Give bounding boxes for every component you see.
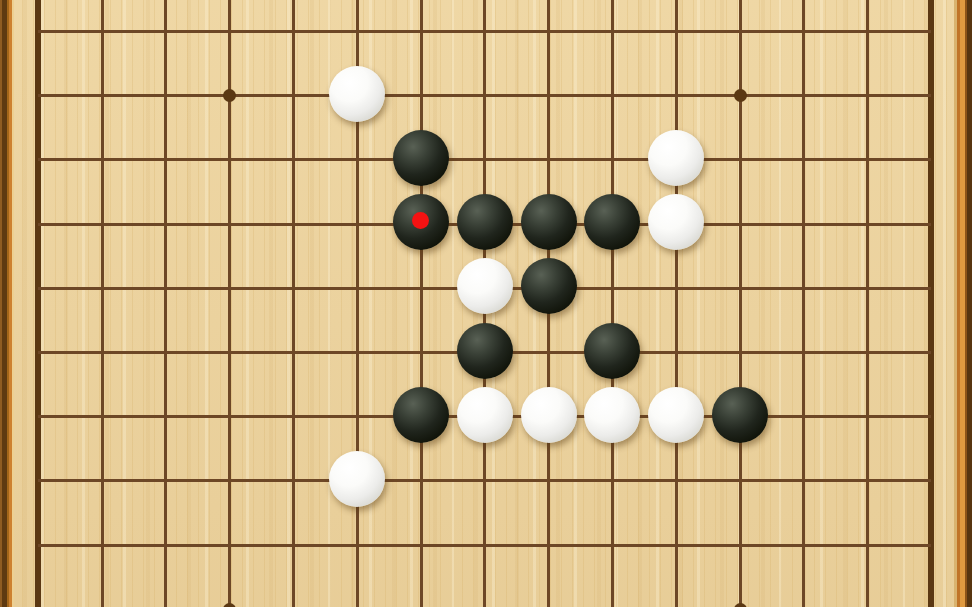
intersection-8-8[interactable]: [517, 385, 581, 449]
intersection-13-4[interactable]: [836, 128, 900, 192]
intersection-0-6[interactable]: [6, 256, 70, 320]
intersection-5-4[interactable]: [325, 128, 389, 192]
intersection-2-7[interactable]: [134, 320, 198, 384]
intersection-5-11[interactable]: [325, 577, 389, 607]
intersection-0-5[interactable]: [6, 192, 70, 256]
board-grid: [6, 0, 963, 607]
intersection-10-10[interactable]: [644, 513, 708, 577]
intersection-13-3[interactable]: [836, 64, 900, 128]
intersection-6-5[interactable]: [389, 192, 453, 256]
intersection-11-3[interactable]: [708, 64, 772, 128]
intersection-13-5[interactable]: [836, 192, 900, 256]
intersection-5-6[interactable]: [325, 256, 389, 320]
intersection-7-10[interactable]: [453, 513, 517, 577]
intersection-9-9[interactable]: [581, 449, 645, 513]
white-stone: [648, 194, 704, 250]
intersection-7-5[interactable]: [453, 192, 517, 256]
intersection-4-10[interactable]: [262, 513, 326, 577]
intersection-2-4[interactable]: [134, 128, 198, 192]
intersection-12-3[interactable]: [772, 64, 836, 128]
intersection-13-11[interactable]: [836, 577, 900, 607]
intersection-3-8[interactable]: [198, 385, 262, 449]
intersection-12-10[interactable]: [772, 513, 836, 577]
white-stone: [329, 451, 385, 507]
intersection-1-7[interactable]: [70, 320, 134, 384]
intersection-3-9[interactable]: [198, 449, 262, 513]
intersection-5-8[interactable]: [325, 385, 389, 449]
star-point: [223, 89, 236, 102]
intersection-11-4[interactable]: [708, 128, 772, 192]
intersection-11-2[interactable]: [708, 0, 772, 64]
white-stone: [457, 387, 513, 443]
intersection-13-8[interactable]: [836, 385, 900, 449]
intersection-11-10[interactable]: [708, 513, 772, 577]
intersection-10-6[interactable]: [644, 256, 708, 320]
black-stone: [457, 194, 513, 250]
intersection-3-3[interactable]: [198, 64, 262, 128]
intersection-10-8[interactable]: [644, 385, 708, 449]
black-stone: [393, 130, 449, 186]
intersection-0-9[interactable]: [6, 449, 70, 513]
intersection-9-6[interactable]: [581, 256, 645, 320]
intersection-6-2[interactable]: [389, 0, 453, 64]
intersection-0-2[interactable]: [6, 0, 70, 64]
intersection-9-3[interactable]: [581, 64, 645, 128]
intersection-13-6[interactable]: [836, 256, 900, 320]
intersection-1-5[interactable]: [70, 192, 134, 256]
intersection-7-11[interactable]: [453, 577, 517, 607]
intersection-8-2[interactable]: [517, 0, 581, 64]
intersection-2-5[interactable]: [134, 192, 198, 256]
intersection-4-5[interactable]: [262, 192, 326, 256]
intersection-10-3[interactable]: [644, 64, 708, 128]
intersection-5-9[interactable]: [325, 449, 389, 513]
intersection-11-9[interactable]: [708, 449, 772, 513]
intersection-6-4[interactable]: [389, 128, 453, 192]
intersection-13-7[interactable]: [836, 320, 900, 384]
intersection-4-3[interactable]: [262, 64, 326, 128]
intersection-8-3[interactable]: [517, 64, 581, 128]
intersection-8-9[interactable]: [517, 449, 581, 513]
intersection-11-5[interactable]: [708, 192, 772, 256]
intersection-9-10[interactable]: [581, 513, 645, 577]
intersection-0-3[interactable]: [6, 64, 70, 128]
intersection-9-5[interactable]: [581, 192, 645, 256]
white-stone: [648, 130, 704, 186]
black-stone: [393, 387, 449, 443]
white-stone: [329, 66, 385, 122]
intersection-7-7[interactable]: [453, 320, 517, 384]
intersection-2-3[interactable]: [134, 64, 198, 128]
intersection-11-6[interactable]: [708, 256, 772, 320]
intersection-6-11[interactable]: [389, 577, 453, 607]
intersection-9-8[interactable]: [581, 385, 645, 449]
intersection-8-10[interactable]: [517, 513, 581, 577]
intersection-8-7[interactable]: [517, 320, 581, 384]
intersection-6-3[interactable]: [389, 64, 453, 128]
intersection-2-6[interactable]: [134, 256, 198, 320]
goban-screenshot: [0, 0, 972, 607]
intersection-12-9[interactable]: [772, 449, 836, 513]
intersection-12-8[interactable]: [772, 385, 836, 449]
intersection-8-5[interactable]: [517, 192, 581, 256]
intersection-0-11[interactable]: [6, 577, 70, 607]
intersection-3-5[interactable]: [198, 192, 262, 256]
intersection-7-9[interactable]: [453, 449, 517, 513]
intersection-7-8[interactable]: [453, 385, 517, 449]
intersection-12-2[interactable]: [772, 0, 836, 64]
intersection-12-11[interactable]: [772, 577, 836, 607]
black-stone: [457, 323, 513, 379]
intersection-1-4[interactable]: [70, 128, 134, 192]
intersection-6-6[interactable]: [389, 256, 453, 320]
intersection-9-11[interactable]: [581, 577, 645, 607]
intersection-2-10[interactable]: [134, 513, 198, 577]
intersection-5-3[interactable]: [325, 64, 389, 128]
intersection-2-11[interactable]: [134, 577, 198, 607]
intersection-0-8[interactable]: [6, 385, 70, 449]
intersection-6-10[interactable]: [389, 513, 453, 577]
black-stone: [712, 387, 768, 443]
board-frame-right: [954, 0, 972, 607]
intersection-4-6[interactable]: [262, 256, 326, 320]
intersection-3-2[interactable]: [198, 0, 262, 64]
intersection-1-9[interactable]: [70, 449, 134, 513]
intersection-12-7[interactable]: [772, 320, 836, 384]
intersection-10-4[interactable]: [644, 128, 708, 192]
intersection-13-9[interactable]: [836, 449, 900, 513]
white-stone: [584, 387, 640, 443]
intersection-11-7[interactable]: [708, 320, 772, 384]
board-frame-left: [0, 0, 15, 607]
intersection-4-9[interactable]: [262, 449, 326, 513]
white-stone: [457, 258, 513, 314]
intersection-8-4[interactable]: [517, 128, 581, 192]
black-stone: [584, 323, 640, 379]
intersection-0-7[interactable]: [6, 320, 70, 384]
intersection-10-11[interactable]: [644, 577, 708, 607]
black-stone-last-move: [393, 194, 449, 250]
intersection-0-4[interactable]: [6, 128, 70, 192]
star-point: [734, 603, 747, 607]
intersection-7-3[interactable]: [453, 64, 517, 128]
star-point: [734, 89, 747, 102]
intersection-10-7[interactable]: [644, 320, 708, 384]
intersection-12-6[interactable]: [772, 256, 836, 320]
intersection-9-2[interactable]: [581, 0, 645, 64]
intersection-4-11[interactable]: [262, 577, 326, 607]
intersection-9-7[interactable]: [581, 320, 645, 384]
intersection-7-2[interactable]: [453, 0, 517, 64]
last-move-marker: [412, 212, 429, 229]
black-stone: [521, 194, 577, 250]
intersection-1-6[interactable]: [70, 256, 134, 320]
intersection-5-5[interactable]: [325, 192, 389, 256]
intersection-5-10[interactable]: [325, 513, 389, 577]
star-point: [223, 603, 236, 607]
intersection-7-4[interactable]: [453, 128, 517, 192]
intersection-12-4[interactable]: [772, 128, 836, 192]
intersection-4-7[interactable]: [262, 320, 326, 384]
intersection-12-5[interactable]: [772, 192, 836, 256]
intersection-3-11[interactable]: [198, 577, 262, 607]
intersection-3-4[interactable]: [198, 128, 262, 192]
intersection-1-10[interactable]: [70, 513, 134, 577]
black-stone: [521, 258, 577, 314]
intersection-5-2[interactable]: [325, 0, 389, 64]
intersection-11-11[interactable]: [708, 577, 772, 607]
intersection-11-8[interactable]: [708, 385, 772, 449]
intersection-2-9[interactable]: [134, 449, 198, 513]
intersection-2-8[interactable]: [134, 385, 198, 449]
intersection-8-6[interactable]: [517, 256, 581, 320]
intersection-10-2[interactable]: [644, 0, 708, 64]
intersection-7-6[interactable]: [453, 256, 517, 320]
intersection-1-2[interactable]: [70, 0, 134, 64]
intersection-9-4[interactable]: [581, 128, 645, 192]
intersection-13-2[interactable]: [836, 0, 900, 64]
intersection-6-7[interactable]: [389, 320, 453, 384]
intersection-1-11[interactable]: [70, 577, 134, 607]
white-stone: [648, 387, 704, 443]
intersection-3-6[interactable]: [198, 256, 262, 320]
intersection-4-2[interactable]: [262, 0, 326, 64]
intersection-8-11[interactable]: [517, 577, 581, 607]
intersection-6-9[interactable]: [389, 449, 453, 513]
intersection-2-2[interactable]: [134, 0, 198, 64]
intersection-13-10[interactable]: [836, 513, 900, 577]
black-stone: [584, 194, 640, 250]
intersection-10-5[interactable]: [644, 192, 708, 256]
intersection-3-10[interactable]: [198, 513, 262, 577]
intersection-3-7[interactable]: [198, 320, 262, 384]
intersection-1-8[interactable]: [70, 385, 134, 449]
intersection-0-10[interactable]: [6, 513, 70, 577]
intersection-4-4[interactable]: [262, 128, 326, 192]
intersection-6-8[interactable]: [389, 385, 453, 449]
intersection-5-7[interactable]: [325, 320, 389, 384]
intersection-4-8[interactable]: [262, 385, 326, 449]
intersection-1-3[interactable]: [70, 64, 134, 128]
intersection-10-9[interactable]: [644, 449, 708, 513]
white-stone: [521, 387, 577, 443]
